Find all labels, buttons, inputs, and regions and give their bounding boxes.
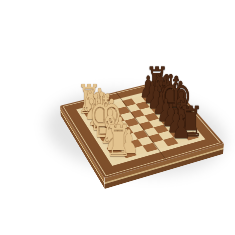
chess-set-photo: ♜♞♝♛♚♝♞♜♟♟♟♟♟♟♟♟♟♟♟♟♟♟♟♟♜♞♝♛♚♝♞♜ bbox=[0, 0, 235, 235]
